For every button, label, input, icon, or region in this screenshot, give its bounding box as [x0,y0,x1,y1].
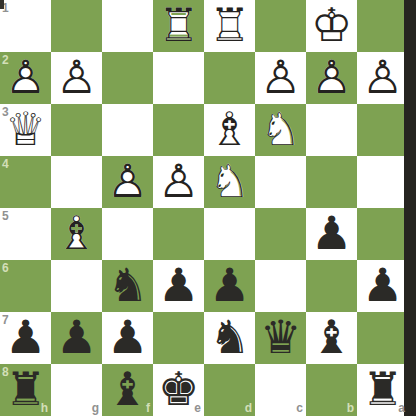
square-h7[interactable]: 7♟ [0,312,51,364]
square-d6[interactable]: ♟ [204,260,255,312]
square-e1[interactable]: ♜♖ [153,0,204,52]
square-c6[interactable] [255,260,306,312]
piece-outline-layer: ♙ [102,156,153,208]
square-h3[interactable]: 3♛♕ [0,104,51,156]
piece-outline-layer: ♔ [306,0,357,52]
square-a5[interactable] [357,208,408,260]
rank-label-4: 4 [2,158,9,170]
file-label-a: a [398,402,405,414]
piece-outline-layer: ♖ [153,0,204,52]
piece-black-pawn[interactable]: ♟ [102,312,153,364]
square-d1[interactable]: ♜♖ [204,0,255,52]
piece-white-bishop[interactable]: ♝♗ [51,208,102,260]
square-f7[interactable]: ♟ [102,312,153,364]
square-f1[interactable] [102,0,153,52]
square-c3[interactable]: ♞♘ [255,104,306,156]
piece-black-pawn[interactable]: ♟ [357,260,408,312]
square-g2[interactable]: ♟♙ [51,52,102,104]
square-d8[interactable]: d [204,364,255,416]
piece-black-bishop[interactable]: ♝ [306,312,357,364]
piece-black-knight[interactable]: ♞ [102,260,153,312]
piece-black-pawn[interactable]: ♟ [306,208,357,260]
square-h2[interactable]: 2♟♙ [0,52,51,104]
piece-outline-layer: ♙ [51,52,102,104]
square-f6[interactable]: ♞ [102,260,153,312]
piece-black-knight[interactable]: ♞ [204,312,255,364]
square-c5[interactable] [255,208,306,260]
piece-white-bishop[interactable]: ♝♗ [204,104,255,156]
piece-outline-layer: ♗ [204,104,255,156]
piece-black-pawn[interactable]: ♟ [51,312,102,364]
square-b3[interactable] [306,104,357,156]
piece-white-pawn[interactable]: ♟♙ [357,52,408,104]
square-f4[interactable]: ♟♙ [102,156,153,208]
square-c4[interactable] [255,156,306,208]
square-b8[interactable]: b [306,364,357,416]
piece-solid-layer: ♟ [357,260,408,312]
square-b1[interactable]: ♚♔ [306,0,357,52]
square-a2[interactable]: ♟♙ [357,52,408,104]
piece-white-knight[interactable]: ♞♘ [204,156,255,208]
square-e8[interactable]: e♚ [153,364,204,416]
rank-label-8: 8 [2,366,9,378]
square-a3[interactable] [357,104,408,156]
piece-solid-layer: ♟ [102,312,153,364]
square-f3[interactable] [102,104,153,156]
piece-white-pawn[interactable]: ♟♙ [51,52,102,104]
square-e2[interactable] [153,52,204,104]
file-label-b: b [347,402,354,414]
square-d5[interactable] [204,208,255,260]
square-a4[interactable] [357,156,408,208]
square-d7[interactable]: ♞ [204,312,255,364]
square-e6[interactable]: ♟ [153,260,204,312]
square-b5[interactable]: ♟ [306,208,357,260]
piece-white-king[interactable]: ♚♔ [306,0,357,52]
piece-outline-layer: ♘ [204,156,255,208]
square-g6[interactable] [51,260,102,312]
square-g4[interactable] [51,156,102,208]
piece-black-pawn[interactable]: ♟ [153,260,204,312]
piece-solid-layer: ♛ [255,312,306,364]
piece-solid-layer: ♟ [51,312,102,364]
piece-white-knight[interactable]: ♞♘ [255,104,306,156]
file-label-g: g [92,402,99,414]
square-a7[interactable] [357,312,408,364]
square-d4[interactable]: ♞♘ [204,156,255,208]
chess-board[interactable]: 1♜♖♜♖♚♔2♟♙♟♙♟♙♟♙♟♙3♛♕♝♗♞♘4♟♙♟♙♞♘5♝♗♟6♞♟♟… [0,0,408,416]
rank-label-6: 6 [2,262,9,274]
square-c8[interactable]: c [255,364,306,416]
square-g8[interactable]: g [51,364,102,416]
piece-outline-layer: ♗ [51,208,102,260]
file-label-f: f [146,402,150,414]
piece-outline-layer: ♙ [255,52,306,104]
piece-white-pawn[interactable]: ♟♙ [102,156,153,208]
chess-app: 1♜♖♜♖♚♔2♟♙♟♙♟♙♟♙♟♙3♛♕♝♗♞♘4♟♙♟♙♞♘5♝♗♟6♞♟♟… [0,0,416,416]
piece-outline-layer: ♙ [306,52,357,104]
piece-black-pawn[interactable]: ♟ [204,260,255,312]
piece-outline-layer: ♘ [255,104,306,156]
file-label-c: c [296,402,303,414]
square-h8[interactable]: 8h♜ [0,364,51,416]
piece-solid-layer: ♞ [204,312,255,364]
screenshot-corner-artifact [0,0,4,9]
square-b4[interactable] [306,156,357,208]
square-g3[interactable] [51,104,102,156]
square-a1[interactable] [357,0,408,52]
square-e4[interactable]: ♟♙ [153,156,204,208]
square-g5[interactable]: ♝♗ [51,208,102,260]
piece-black-queen[interactable]: ♛ [255,312,306,364]
square-h5[interactable]: 5 [0,208,51,260]
square-c7[interactable]: ♛ [255,312,306,364]
rank-label-3: 3 [2,106,9,118]
square-b7[interactable]: ♝ [306,312,357,364]
square-g1[interactable] [51,0,102,52]
square-h6[interactable]: 6 [0,260,51,312]
square-h1[interactable]: 1 [0,0,51,52]
square-a6[interactable]: ♟ [357,260,408,312]
piece-outline-layer: ♙ [153,156,204,208]
rank-label-5: 5 [2,210,9,222]
piece-white-pawn[interactable]: ♟♙ [153,156,204,208]
file-label-d: d [245,402,252,414]
square-b6[interactable] [306,260,357,312]
square-f5[interactable] [102,208,153,260]
side-panel-edge [404,0,416,416]
file-label-e: e [194,402,201,414]
piece-white-pawn[interactable]: ♟♙ [255,52,306,104]
piece-white-pawn[interactable]: ♟♙ [306,52,357,104]
square-c1[interactable] [255,0,306,52]
square-f2[interactable] [102,52,153,104]
square-f8[interactable]: f♝ [102,364,153,416]
square-c2[interactable]: ♟♙ [255,52,306,104]
rank-label-7: 7 [2,314,9,326]
piece-solid-layer: ♟ [153,260,204,312]
file-label-h: h [41,402,48,414]
piece-outline-layer: ♖ [204,0,255,52]
piece-outline-layer: ♙ [357,52,408,104]
piece-white-rook[interactable]: ♜♖ [204,0,255,52]
piece-white-rook[interactable]: ♜♖ [153,0,204,52]
rank-label-2: 2 [2,54,9,66]
piece-solid-layer: ♟ [306,208,357,260]
square-g7[interactable]: ♟ [51,312,102,364]
square-b2[interactable]: ♟♙ [306,52,357,104]
piece-solid-layer: ♟ [204,260,255,312]
square-e5[interactable] [153,208,204,260]
square-a8[interactable]: a♜ [357,364,408,416]
square-d3[interactable]: ♝♗ [204,104,255,156]
piece-solid-layer: ♞ [102,260,153,312]
square-e3[interactable] [153,104,204,156]
square-d2[interactable] [204,52,255,104]
square-h4[interactable]: 4 [0,156,51,208]
square-e7[interactable] [153,312,204,364]
piece-solid-layer: ♝ [306,312,357,364]
